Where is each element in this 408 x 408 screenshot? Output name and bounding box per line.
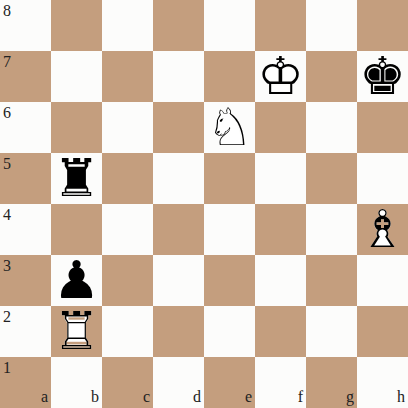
rank-label-8: 8	[3, 3, 11, 19]
white-bishop: ♝♗	[357, 204, 408, 255]
square-e2[interactable]	[204, 306, 255, 357]
square-h6[interactable]	[357, 102, 408, 153]
square-c4[interactable]	[102, 204, 153, 255]
square-e6[interactable]: ♞♘	[204, 102, 255, 153]
black-pawn-glyph: ♟	[51, 255, 102, 306]
rank-label-2: 2	[3, 309, 11, 325]
square-a5[interactable]: 5	[0, 153, 51, 204]
square-b8[interactable]	[51, 0, 102, 51]
file-label-h: h	[397, 389, 405, 405]
square-g1[interactable]: g	[306, 357, 357, 408]
square-b7[interactable]	[51, 51, 102, 102]
square-e4[interactable]	[204, 204, 255, 255]
square-g4[interactable]	[306, 204, 357, 255]
square-d8[interactable]	[153, 0, 204, 51]
square-g7[interactable]	[306, 51, 357, 102]
file-label-d: d	[193, 389, 201, 405]
rank-label-3: 3	[3, 258, 11, 274]
file-label-b: b	[91, 389, 99, 405]
square-f3[interactable]	[255, 255, 306, 306]
rank-label-6: 6	[3, 105, 11, 121]
square-f5[interactable]	[255, 153, 306, 204]
square-h4[interactable]: ♝♗	[357, 204, 408, 255]
square-a8[interactable]: 8	[0, 0, 51, 51]
square-c6[interactable]	[102, 102, 153, 153]
square-a7[interactable]: 7	[0, 51, 51, 102]
square-b5[interactable]: ♜	[51, 153, 102, 204]
square-h2[interactable]	[357, 306, 408, 357]
square-f6[interactable]	[255, 102, 306, 153]
square-f1[interactable]: f	[255, 357, 306, 408]
black-rook-glyph: ♜	[51, 153, 102, 204]
black-king-glyph: ♚	[357, 51, 408, 102]
square-h5[interactable]	[357, 153, 408, 204]
square-g3[interactable]	[306, 255, 357, 306]
square-e7[interactable]	[204, 51, 255, 102]
square-h1[interactable]: h	[357, 357, 408, 408]
square-c2[interactable]	[102, 306, 153, 357]
rank-label-7: 7	[3, 54, 11, 70]
square-a6[interactable]: 6	[0, 102, 51, 153]
square-b1[interactable]: b	[51, 357, 102, 408]
white-knight: ♞♘	[204, 102, 255, 153]
square-c5[interactable]	[102, 153, 153, 204]
square-h8[interactable]	[357, 0, 408, 51]
square-d1[interactable]: d	[153, 357, 204, 408]
square-e1[interactable]: e	[204, 357, 255, 408]
square-b3[interactable]: ♟	[51, 255, 102, 306]
white-knight-outline: ♘	[204, 102, 255, 153]
black-rook: ♜	[51, 153, 102, 204]
file-label-g: g	[346, 389, 354, 405]
rank-label-1: 1	[3, 360, 11, 376]
square-f4[interactable]	[255, 204, 306, 255]
rank-label-5: 5	[3, 156, 11, 172]
square-g6[interactable]	[306, 102, 357, 153]
white-rook-outline: ♖	[51, 306, 102, 357]
square-b2[interactable]: ♜♖	[51, 306, 102, 357]
square-d2[interactable]	[153, 306, 204, 357]
square-a2[interactable]: 2	[0, 306, 51, 357]
square-f2[interactable]	[255, 306, 306, 357]
square-g8[interactable]	[306, 0, 357, 51]
square-h3[interactable]	[357, 255, 408, 306]
chess-board: 87♚♔♚6♞♘5♜4♝♗3♟2♜♖1abcdefgh	[0, 0, 408, 408]
file-label-c: c	[143, 389, 150, 405]
square-a1[interactable]: 1a	[0, 357, 51, 408]
square-g5[interactable]	[306, 153, 357, 204]
square-f8[interactable]	[255, 0, 306, 51]
white-king-outline: ♔	[255, 51, 306, 102]
white-king: ♚♔	[255, 51, 306, 102]
square-d3[interactable]	[153, 255, 204, 306]
square-d4[interactable]	[153, 204, 204, 255]
square-a4[interactable]: 4	[0, 204, 51, 255]
square-e5[interactable]	[204, 153, 255, 204]
square-b6[interactable]	[51, 102, 102, 153]
file-label-e: e	[245, 389, 252, 405]
square-c7[interactable]	[102, 51, 153, 102]
square-g2[interactable]	[306, 306, 357, 357]
square-d5[interactable]	[153, 153, 204, 204]
black-king: ♚	[357, 51, 408, 102]
white-rook: ♜♖	[51, 306, 102, 357]
square-c8[interactable]	[102, 0, 153, 51]
white-bishop-outline: ♗	[357, 204, 408, 255]
file-label-a: a	[41, 389, 48, 405]
square-c3[interactable]	[102, 255, 153, 306]
square-h7[interactable]: ♚	[357, 51, 408, 102]
square-b4[interactable]	[51, 204, 102, 255]
square-d6[interactable]	[153, 102, 204, 153]
square-a3[interactable]: 3	[0, 255, 51, 306]
file-label-f: f	[298, 389, 303, 405]
rank-label-4: 4	[3, 207, 11, 223]
square-f7[interactable]: ♚♔	[255, 51, 306, 102]
square-c1[interactable]: c	[102, 357, 153, 408]
square-d7[interactable]	[153, 51, 204, 102]
square-e3[interactable]	[204, 255, 255, 306]
black-pawn: ♟	[51, 255, 102, 306]
square-e8[interactable]	[204, 0, 255, 51]
